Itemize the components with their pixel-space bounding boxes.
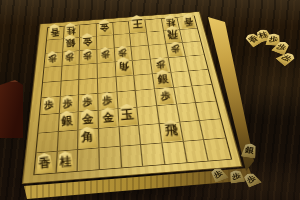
square-8g[interactable]: 銀 bbox=[59, 112, 80, 132]
square-1a[interactable]: 香 bbox=[178, 16, 197, 29]
square-1c[interactable] bbox=[183, 41, 204, 56]
piece-sente-gold-7g[interactable]: 金 bbox=[79, 109, 98, 129]
piece-kanji: 金 bbox=[82, 113, 94, 125]
piece-kanji: 歩 bbox=[101, 50, 111, 59]
piece-gote-pawn-3d[interactable]: 歩 bbox=[153, 56, 168, 72]
shogi-board: 香桂金王桂香銀金飛歩歩歩歩歩歩角歩銀歩歩歩歩歩銀金金玉角飛香桂 bbox=[22, 12, 243, 185]
square-8h[interactable] bbox=[57, 130, 78, 151]
piece-kanji: 歩 bbox=[83, 51, 93, 60]
piece-kanji: 銀 bbox=[157, 73, 169, 84]
piece-sente-pawn-3f[interactable]: 歩 bbox=[158, 87, 174, 104]
square-9g[interactable] bbox=[38, 114, 59, 134]
square-6a[interactable]: 金 bbox=[97, 23, 114, 37]
square-7c[interactable]: 歩 bbox=[80, 49, 98, 64]
square-2e[interactable] bbox=[171, 71, 193, 88]
piece-sente-pawn-9f[interactable]: 歩 bbox=[41, 96, 56, 113]
piece-gote-lance-1a[interactable]: 香 bbox=[180, 13, 195, 28]
piece-sente-knight-8i[interactable]: 桂 bbox=[57, 151, 76, 172]
piece-kanji: 香 bbox=[38, 157, 50, 170]
piece-kanji: 香 bbox=[183, 16, 193, 25]
square-4i[interactable] bbox=[141, 143, 165, 165]
square-1g[interactable] bbox=[196, 102, 220, 121]
square-6i[interactable] bbox=[99, 147, 121, 170]
piece-kanji: 桂 bbox=[166, 18, 176, 27]
square-9d[interactable] bbox=[43, 66, 62, 82]
piece-sente-rook-3h[interactable]: 飛 bbox=[161, 119, 182, 141]
square-1d[interactable] bbox=[186, 55, 207, 71]
square-1i[interactable] bbox=[205, 138, 231, 160]
square-9h[interactable] bbox=[36, 132, 58, 153]
piece-kanji: 香 bbox=[50, 27, 59, 36]
square-4f[interactable] bbox=[136, 89, 157, 107]
piece-kanji: 角 bbox=[118, 60, 130, 71]
square-4c[interactable] bbox=[132, 45, 151, 60]
piece-gote-pawn-8c[interactable]: 歩 bbox=[63, 49, 77, 65]
square-9c[interactable]: 歩 bbox=[44, 52, 62, 67]
square-8d[interactable] bbox=[61, 65, 80, 81]
piece-sente-bishop-7h[interactable]: 角 bbox=[78, 126, 98, 149]
piece-kanji: 銀 bbox=[65, 38, 75, 48]
piece-kanji: 金 bbox=[83, 36, 93, 46]
square-5i[interactable] bbox=[120, 145, 143, 168]
piece-kanji: 王 bbox=[132, 18, 144, 29]
square-7b[interactable]: 金 bbox=[80, 36, 97, 50]
square-7f[interactable]: 歩 bbox=[79, 94, 99, 112]
piece-kanji: 桂 bbox=[60, 155, 72, 168]
piece-kanji: 歩 bbox=[63, 98, 73, 108]
piece-sente-pawn-7f[interactable]: 歩 bbox=[80, 93, 96, 110]
piece-gote-king-4a[interactable]: 王 bbox=[129, 15, 146, 33]
square-5d[interactable]: 角 bbox=[115, 60, 134, 76]
square-4a[interactable]: 王 bbox=[129, 20, 147, 34]
piece-gote-pawn-6c[interactable]: 歩 bbox=[98, 46, 112, 62]
piece-kanji: 角 bbox=[81, 131, 94, 144]
square-9e[interactable] bbox=[42, 81, 62, 98]
piece-sente-lance-9i[interactable]: 香 bbox=[35, 152, 53, 173]
piece-kanji: 歩 bbox=[156, 60, 166, 70]
square-8e[interactable] bbox=[60, 79, 79, 96]
square-6g[interactable]: 金 bbox=[99, 109, 120, 129]
square-4e[interactable] bbox=[134, 74, 154, 91]
piece-kanji: 歩 bbox=[48, 54, 57, 63]
piece-kanji: 飛 bbox=[168, 29, 179, 39]
shogi-photo-scene: 香桂金王桂香銀金飛歩歩歩歩歩歩角歩銀歩歩歩歩歩銀金金玉角飛香桂 香桂歩歩歩 銀歩… bbox=[0, 0, 300, 200]
piece-gote-gold-6a[interactable]: 金 bbox=[97, 19, 112, 35]
piece-kanji: 玉 bbox=[121, 108, 135, 122]
piece-kanji: 歩 bbox=[118, 48, 128, 57]
square-6d[interactable] bbox=[98, 62, 117, 78]
square-8c[interactable]: 歩 bbox=[62, 51, 80, 66]
square-9f[interactable]: 歩 bbox=[40, 97, 60, 116]
piece-gote-pawn-7c[interactable]: 歩 bbox=[81, 48, 95, 64]
square-4d[interactable] bbox=[133, 59, 153, 75]
square-7d[interactable] bbox=[80, 63, 98, 79]
piece-sente-silver-8g[interactable]: 銀 bbox=[58, 110, 76, 130]
square-2g[interactable] bbox=[177, 103, 200, 122]
piece-kanji: 歩 bbox=[102, 95, 113, 105]
square-5e[interactable] bbox=[116, 75, 136, 92]
piece-kanji: 桂 bbox=[66, 25, 75, 34]
square-1f[interactable] bbox=[193, 85, 216, 103]
square-8b[interactable]: 銀 bbox=[63, 38, 80, 52]
piece-kanji: 歩 bbox=[44, 100, 54, 110]
piece-kanji: 金 bbox=[102, 111, 114, 123]
square-6c[interactable]: 歩 bbox=[97, 48, 115, 63]
piece-kanji: 銀 bbox=[62, 114, 74, 126]
piece-kanji: 歩 bbox=[171, 44, 181, 53]
piece-kanji: 飛 bbox=[165, 124, 178, 137]
square-7e[interactable] bbox=[79, 78, 98, 95]
square-5h[interactable] bbox=[119, 126, 141, 147]
square-5g[interactable]: 玉 bbox=[118, 108, 139, 128]
piece-gote-pawn-2c[interactable]: 歩 bbox=[169, 41, 184, 57]
piece-kanji: 歩 bbox=[160, 91, 171, 101]
piece-sente-pawn-6f[interactable]: 歩 bbox=[99, 92, 115, 109]
square-7h[interactable]: 角 bbox=[78, 129, 99, 150]
square-4g[interactable] bbox=[138, 106, 160, 126]
square-9i[interactable]: 香 bbox=[34, 152, 57, 175]
square-1e[interactable] bbox=[189, 69, 211, 86]
square-4h[interactable] bbox=[140, 124, 163, 145]
square-1h[interactable] bbox=[200, 119, 225, 140]
piece-box bbox=[0, 80, 23, 138]
piece-kanji: 歩 bbox=[65, 52, 75, 61]
piece-sente-pawn-8f[interactable]: 歩 bbox=[61, 95, 77, 112]
square-8f[interactable]: 歩 bbox=[60, 95, 80, 113]
piece-kanji: 金 bbox=[99, 22, 109, 32]
square-6h[interactable] bbox=[99, 127, 120, 148]
board-grid: 香桂金王桂香銀金飛歩歩歩歩歩歩角歩銀歩歩歩歩歩銀金金玉角飛香桂 bbox=[33, 16, 232, 176]
square-6e[interactable] bbox=[98, 77, 117, 94]
piece-gote-lance-9a[interactable]: 香 bbox=[47, 24, 61, 39]
square-7i[interactable] bbox=[78, 148, 100, 171]
square-4b[interactable] bbox=[130, 32, 148, 46]
piece-kanji: 歩 bbox=[83, 97, 94, 107]
piece-gote-pawn-9c[interactable]: 歩 bbox=[45, 51, 59, 67]
square-8i[interactable]: 桂 bbox=[56, 150, 78, 173]
